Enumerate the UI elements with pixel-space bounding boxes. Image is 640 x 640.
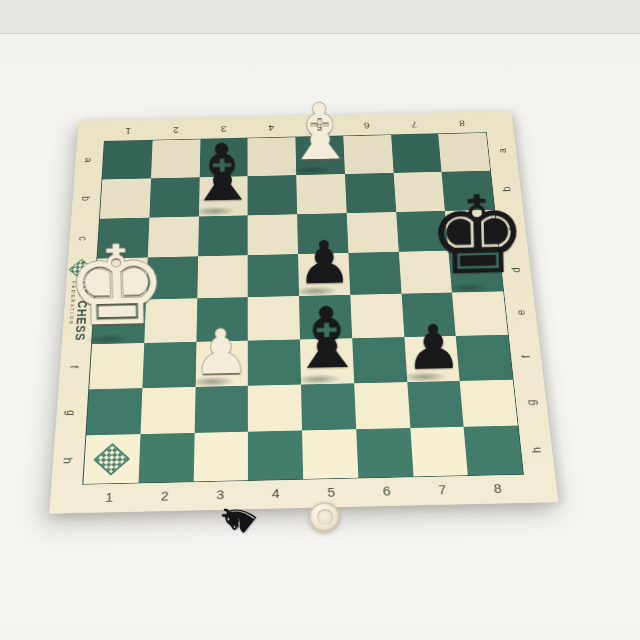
square-c5 [297, 213, 348, 254]
square-b6 [345, 173, 396, 213]
square-b2 [149, 177, 199, 217]
square-a1 [102, 141, 152, 180]
square-b5 [296, 174, 346, 214]
square-a2 [151, 139, 200, 178]
chessboard-mat: 12345678 12345678 abcfgh abcdefgh US CHE… [49, 111, 558, 514]
fallen-white-pawn [309, 502, 340, 532]
black-bishop-f5: ♝ [286, 296, 366, 382]
square-c8 [445, 209, 499, 250]
rank-label-1: 1 [81, 485, 138, 509]
square-c4 [248, 214, 298, 255]
rank-label-8: 8 [469, 477, 527, 501]
rank-label-5: 5 [295, 118, 343, 135]
square-b8 [442, 171, 495, 211]
white-king-e1: ♚ [64, 230, 168, 341]
square-a4 [248, 137, 297, 176]
rank-label-6: 6 [342, 117, 391, 134]
square-c6 [346, 212, 398, 253]
square-a5 [295, 136, 344, 175]
square-d7 [398, 251, 452, 294]
rank-label-2: 2 [152, 121, 200, 138]
square-a6 [343, 135, 393, 174]
wall-strip [0, 0, 640, 34]
square-b7 [393, 172, 445, 212]
rank-label-6: 6 [358, 479, 415, 503]
square-a3 [199, 138, 247, 177]
rank-label-4: 4 [248, 482, 304, 506]
fallen-white-pawn-base [317, 509, 333, 525]
square-b1 [100, 178, 151, 218]
rank-label-8: 8 [437, 115, 486, 132]
chessboard: 12345678 12345678 abcfgh abcdefgh US CHE… [60, 66, 538, 526]
square-d8 [449, 250, 504, 293]
rank-label-7: 7 [414, 478, 471, 502]
square-c3 [198, 215, 248, 256]
rank-label-1: 1 [104, 122, 153, 139]
square-c7 [396, 211, 449, 252]
rank-label-7: 7 [390, 116, 439, 133]
square-a7 [391, 134, 442, 173]
square-b3 [199, 176, 248, 216]
rank-label-3: 3 [200, 120, 248, 137]
rank-label-5: 5 [303, 480, 359, 504]
square-b4 [248, 175, 297, 215]
black-pawn-f7: ♟ [404, 317, 462, 379]
rank-label-4: 4 [247, 119, 295, 136]
square-a8 [438, 133, 490, 172]
rank-label-2: 2 [136, 484, 192, 508]
square-d3 [197, 255, 248, 298]
white-pawn-f3: ♟ [191, 322, 249, 384]
